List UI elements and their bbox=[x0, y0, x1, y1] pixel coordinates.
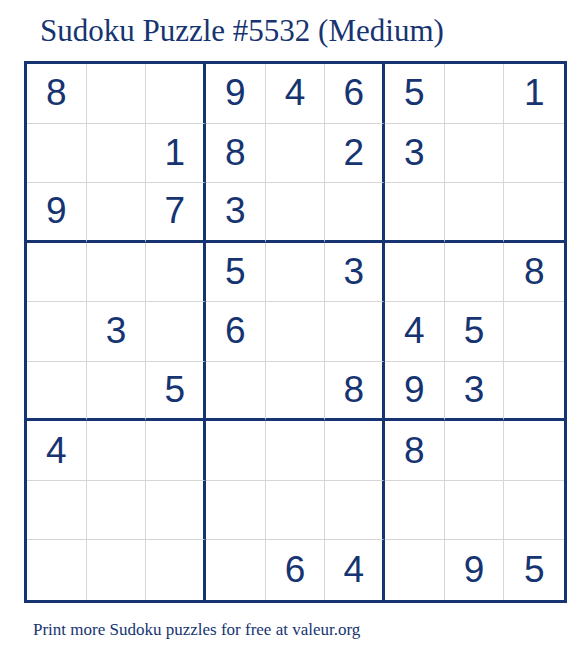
cell-r7c5 bbox=[266, 421, 326, 481]
page-title: Sudoku Puzzle #5532 (Medium) bbox=[40, 15, 444, 46]
cell-r3c5 bbox=[266, 183, 326, 243]
cell-r8c7 bbox=[385, 481, 445, 541]
cell-r1c8 bbox=[445, 64, 505, 124]
cell-r2c5 bbox=[266, 124, 326, 184]
cell-r1c6: 6 bbox=[325, 64, 385, 124]
cell-r1c4: 9 bbox=[206, 64, 266, 124]
footer-text: Print more Sudoku puzzles for free at va… bbox=[33, 621, 360, 638]
cell-r5c5 bbox=[266, 302, 326, 362]
cell-r6c1 bbox=[27, 362, 87, 422]
cell-r2c6: 2 bbox=[325, 124, 385, 184]
cell-r2c8 bbox=[445, 124, 505, 184]
cell-r4c6: 3 bbox=[325, 243, 385, 303]
cell-r7c6 bbox=[325, 421, 385, 481]
cell-r9c4 bbox=[206, 540, 266, 600]
cell-r8c6 bbox=[325, 481, 385, 541]
cell-r3c4: 3 bbox=[206, 183, 266, 243]
cell-r5c8: 5 bbox=[445, 302, 505, 362]
cell-r1c9: 1 bbox=[504, 64, 564, 124]
cell-r8c9 bbox=[504, 481, 564, 541]
cell-r1c3 bbox=[146, 64, 206, 124]
cell-r1c5: 4 bbox=[266, 64, 326, 124]
cell-r7c8 bbox=[445, 421, 505, 481]
cell-r5c1 bbox=[27, 302, 87, 362]
cell-r9c6: 4 bbox=[325, 540, 385, 600]
cell-r3c2 bbox=[87, 183, 147, 243]
cell-r9c3 bbox=[146, 540, 206, 600]
cell-r7c2 bbox=[87, 421, 147, 481]
cell-r4c7 bbox=[385, 243, 445, 303]
cell-r3c1: 9 bbox=[27, 183, 87, 243]
cell-r1c2 bbox=[87, 64, 147, 124]
cell-r2c3: 1 bbox=[146, 124, 206, 184]
cell-r4c5 bbox=[266, 243, 326, 303]
cell-r4c1 bbox=[27, 243, 87, 303]
cell-r6c3: 5 bbox=[146, 362, 206, 422]
cell-r6c8: 3 bbox=[445, 362, 505, 422]
cell-r4c4: 5 bbox=[206, 243, 266, 303]
cell-r4c8 bbox=[445, 243, 505, 303]
cell-r4c9: 8 bbox=[504, 243, 564, 303]
cell-r5c2: 3 bbox=[87, 302, 147, 362]
cell-r9c8: 9 bbox=[445, 540, 505, 600]
cell-r3c6 bbox=[325, 183, 385, 243]
cell-r6c9 bbox=[504, 362, 564, 422]
cell-r8c5 bbox=[266, 481, 326, 541]
cell-r7c4 bbox=[206, 421, 266, 481]
cell-r3c9 bbox=[504, 183, 564, 243]
cell-r7c1: 4 bbox=[27, 421, 87, 481]
cell-r6c4 bbox=[206, 362, 266, 422]
cell-r9c5: 6 bbox=[266, 540, 326, 600]
cell-r2c9 bbox=[504, 124, 564, 184]
cell-r6c7: 9 bbox=[385, 362, 445, 422]
cell-r5c6 bbox=[325, 302, 385, 362]
cell-r5c7: 4 bbox=[385, 302, 445, 362]
cell-r2c2 bbox=[87, 124, 147, 184]
cell-r4c2 bbox=[87, 243, 147, 303]
cell-r5c4: 6 bbox=[206, 302, 266, 362]
cell-r1c7: 5 bbox=[385, 64, 445, 124]
cell-r3c7 bbox=[385, 183, 445, 243]
cell-r8c3 bbox=[146, 481, 206, 541]
cell-r9c7 bbox=[385, 540, 445, 600]
cell-r8c2 bbox=[87, 481, 147, 541]
cell-r2c4: 8 bbox=[206, 124, 266, 184]
cell-r7c9 bbox=[504, 421, 564, 481]
cell-r7c7: 8 bbox=[385, 421, 445, 481]
cell-r7c3 bbox=[146, 421, 206, 481]
cell-r6c5 bbox=[266, 362, 326, 422]
cell-r6c2 bbox=[87, 362, 147, 422]
cell-r3c8 bbox=[445, 183, 505, 243]
cell-r4c3 bbox=[146, 243, 206, 303]
cell-r1c1: 8 bbox=[27, 64, 87, 124]
cell-r8c1 bbox=[27, 481, 87, 541]
cell-r9c1 bbox=[27, 540, 87, 600]
sudoku-board: 894651182397353836455893486495 bbox=[24, 61, 567, 603]
cell-r3c3: 7 bbox=[146, 183, 206, 243]
cell-r2c7: 3 bbox=[385, 124, 445, 184]
cell-r6c6: 8 bbox=[325, 362, 385, 422]
cell-r9c2 bbox=[87, 540, 147, 600]
cell-r9c9: 5 bbox=[504, 540, 564, 600]
cell-r8c8 bbox=[445, 481, 505, 541]
cell-r5c9 bbox=[504, 302, 564, 362]
cell-r8c4 bbox=[206, 481, 266, 541]
cell-r2c1 bbox=[27, 124, 87, 184]
cell-r5c3 bbox=[146, 302, 206, 362]
